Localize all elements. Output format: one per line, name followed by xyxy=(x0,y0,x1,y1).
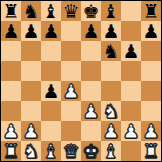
piece-black-pawn[interactable]: ♟ xyxy=(142,21,159,41)
square-e4[interactable] xyxy=(81,81,101,101)
square-d8[interactable]: ♛ xyxy=(61,1,81,21)
square-g3[interactable] xyxy=(121,101,141,121)
piece-white-pawn[interactable]: ♟ xyxy=(62,81,79,101)
square-e6[interactable] xyxy=(81,41,101,61)
square-d3[interactable] xyxy=(61,101,81,121)
square-d7[interactable] xyxy=(61,21,81,41)
piece-white-pawn[interactable]: ♟ xyxy=(122,121,139,141)
piece-black-bishop[interactable]: ♝ xyxy=(42,1,59,21)
piece-black-knight[interactable]: ♞ xyxy=(22,1,39,21)
square-g5[interactable] xyxy=(121,61,141,81)
square-g7[interactable] xyxy=(121,21,141,41)
square-a3[interactable] xyxy=(1,101,21,121)
square-h5[interactable] xyxy=(141,61,161,81)
piece-black-pawn[interactable]: ♟ xyxy=(22,21,39,41)
square-h3[interactable] xyxy=(141,101,161,121)
square-f5[interactable] xyxy=(101,61,121,81)
square-f8[interactable]: ♝ xyxy=(101,1,121,21)
square-b3[interactable] xyxy=(21,101,41,121)
square-c2[interactable] xyxy=(41,121,61,141)
square-d4[interactable]: ♟ xyxy=(61,81,81,101)
piece-black-knight[interactable]: ♞ xyxy=(102,41,119,61)
piece-white-king[interactable]: ♚ xyxy=(82,141,99,161)
square-e8[interactable]: ♚ xyxy=(81,1,101,21)
piece-black-rook[interactable]: ♜ xyxy=(2,1,19,21)
square-c8[interactable]: ♝ xyxy=(41,1,61,21)
square-f3[interactable]: ♞ xyxy=(101,101,121,121)
square-b5[interactable] xyxy=(21,61,41,81)
square-b8[interactable]: ♞ xyxy=(21,1,41,21)
square-a4[interactable] xyxy=(1,81,21,101)
square-g1[interactable] xyxy=(121,141,141,161)
square-g4[interactable] xyxy=(121,81,141,101)
square-e1[interactable]: ♚ xyxy=(81,141,101,161)
square-a1[interactable]: ♜ xyxy=(1,141,21,161)
piece-black-bishop[interactable]: ♝ xyxy=(102,1,119,21)
square-d6[interactable] xyxy=(61,41,81,61)
square-e5[interactable] xyxy=(81,61,101,81)
square-h4[interactable] xyxy=(141,81,161,101)
square-b2[interactable]: ♟ xyxy=(21,121,41,141)
piece-white-pawn[interactable]: ♟ xyxy=(2,121,19,141)
piece-white-knight[interactable]: ♞ xyxy=(102,101,119,121)
square-a7[interactable]: ♟ xyxy=(1,21,21,41)
square-f4[interactable] xyxy=(101,81,121,101)
square-d1[interactable]: ♛ xyxy=(61,141,81,161)
square-b7[interactable]: ♟ xyxy=(21,21,41,41)
square-c4[interactable]: ♟ xyxy=(41,81,61,101)
square-a2[interactable]: ♟ xyxy=(1,121,21,141)
piece-black-pawn[interactable]: ♟ xyxy=(102,21,119,41)
square-f6[interactable]: ♞ xyxy=(101,41,121,61)
square-h7[interactable]: ♟ xyxy=(141,21,161,41)
piece-white-pawn[interactable]: ♟ xyxy=(142,121,159,141)
square-f2[interactable]: ♟ xyxy=(101,121,121,141)
chess-board[interactable]: ♜♞♝♛♚♝♜♟♟♟♟♟♟♞♟♟♟♟♞♟♟♟♟♟♜♞♝♛♚♝♜ xyxy=(1,1,161,161)
square-a8[interactable]: ♜ xyxy=(1,1,21,21)
square-c7[interactable]: ♟ xyxy=(41,21,61,41)
piece-white-rook[interactable]: ♜ xyxy=(2,141,19,161)
square-c3[interactable] xyxy=(41,101,61,121)
piece-white-bishop[interactable]: ♝ xyxy=(102,141,119,161)
piece-white-queen[interactable]: ♛ xyxy=(62,141,79,161)
chess-board-frame: ♜♞♝♛♚♝♜♟♟♟♟♟♟♞♟♟♟♟♞♟♟♟♟♟♜♞♝♛♚♝♜ xyxy=(0,0,162,162)
square-e2[interactable] xyxy=(81,121,101,141)
square-h1[interactable]: ♜ xyxy=(141,141,161,161)
piece-white-knight[interactable]: ♞ xyxy=(22,141,39,161)
square-c6[interactable] xyxy=(41,41,61,61)
square-g2[interactable]: ♟ xyxy=(121,121,141,141)
square-h8[interactable]: ♜ xyxy=(141,1,161,21)
piece-white-rook[interactable]: ♜ xyxy=(142,141,159,161)
piece-white-pawn[interactable]: ♟ xyxy=(102,121,119,141)
square-a6[interactable] xyxy=(1,41,21,61)
square-g8[interactable] xyxy=(121,1,141,21)
piece-white-pawn[interactable]: ♟ xyxy=(22,121,39,141)
square-f1[interactable]: ♝ xyxy=(101,141,121,161)
square-f7[interactable]: ♟ xyxy=(101,21,121,41)
square-g6[interactable]: ♟ xyxy=(121,41,141,61)
square-e3[interactable]: ♟ xyxy=(81,101,101,121)
square-d2[interactable] xyxy=(61,121,81,141)
square-a5[interactable] xyxy=(1,61,21,81)
square-d5[interactable] xyxy=(61,61,81,81)
piece-black-pawn[interactable]: ♟ xyxy=(42,21,59,41)
square-b4[interactable] xyxy=(21,81,41,101)
piece-white-pawn[interactable]: ♟ xyxy=(82,101,99,121)
piece-black-pawn[interactable]: ♟ xyxy=(2,21,19,41)
piece-black-queen[interactable]: ♛ xyxy=(62,1,79,21)
piece-black-king[interactable]: ♚ xyxy=(82,1,99,21)
square-c1[interactable]: ♝ xyxy=(41,141,61,161)
square-c5[interactable] xyxy=(41,61,61,81)
piece-black-pawn[interactable]: ♟ xyxy=(82,21,99,41)
square-b1[interactable]: ♞ xyxy=(21,141,41,161)
square-h2[interactable]: ♟ xyxy=(141,121,161,141)
piece-black-rook[interactable]: ♜ xyxy=(142,1,159,21)
square-e7[interactable]: ♟ xyxy=(81,21,101,41)
piece-black-pawn[interactable]: ♟ xyxy=(42,81,59,101)
square-b6[interactable] xyxy=(21,41,41,61)
piece-white-bishop[interactable]: ♝ xyxy=(42,141,59,161)
square-h6[interactable] xyxy=(141,41,161,61)
piece-black-pawn[interactable]: ♟ xyxy=(122,41,139,61)
